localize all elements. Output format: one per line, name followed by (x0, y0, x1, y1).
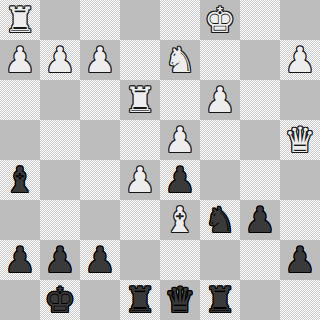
square-b5[interactable] (40, 120, 80, 160)
square-d4[interactable]: ♟ (120, 160, 160, 200)
white-king[interactable]: ♚ (200, 0, 240, 40)
square-d8[interactable] (120, 0, 160, 40)
square-h2[interactable]: ♟ (280, 240, 320, 280)
square-h3[interactable] (280, 200, 320, 240)
square-c7[interactable]: ♟ (80, 40, 120, 80)
square-a5[interactable] (0, 120, 40, 160)
square-e4[interactable]: ♟ (160, 160, 200, 200)
square-e3[interactable]: ♝ (160, 200, 200, 240)
square-b3[interactable] (40, 200, 80, 240)
black-pawn[interactable]: ♟ (80, 240, 120, 280)
white-pawn[interactable]: ♟ (80, 40, 120, 80)
square-a3[interactable] (0, 200, 40, 240)
square-h7[interactable]: ♟ (280, 40, 320, 80)
square-f6[interactable]: ♟ (200, 80, 240, 120)
white-pawn[interactable]: ♟ (120, 160, 160, 200)
white-queen[interactable]: ♛ (280, 120, 320, 160)
square-a4[interactable]: ♝ (0, 160, 40, 200)
square-g7[interactable] (240, 40, 280, 80)
black-rook[interactable]: ♜ (200, 280, 240, 320)
white-knight[interactable]: ♞ (160, 40, 200, 80)
white-pawn[interactable]: ♟ (160, 120, 200, 160)
square-c5[interactable] (80, 120, 120, 160)
square-e5[interactable]: ♟ (160, 120, 200, 160)
square-g3[interactable]: ♟ (240, 200, 280, 240)
square-b1[interactable]: ♚ (40, 280, 80, 320)
white-pawn[interactable]: ♟ (280, 40, 320, 80)
square-g1[interactable] (240, 280, 280, 320)
white-pawn[interactable]: ♟ (40, 40, 80, 80)
square-c2[interactable]: ♟ (80, 240, 120, 280)
square-e2[interactable] (160, 240, 200, 280)
square-e1[interactable]: ♛ (160, 280, 200, 320)
square-g8[interactable] (240, 0, 280, 40)
square-f5[interactable] (200, 120, 240, 160)
square-a6[interactable] (0, 80, 40, 120)
square-b6[interactable] (40, 80, 80, 120)
square-d6[interactable]: ♜ (120, 80, 160, 120)
black-king[interactable]: ♚ (40, 280, 80, 320)
chess-board: ♜♚♟♟♟♞♟♜♟♟♛♝♟♟♝♞♟♟♟♟♟♚♜♛♜ (0, 0, 320, 320)
black-pawn[interactable]: ♟ (0, 240, 40, 280)
square-f3[interactable]: ♞ (200, 200, 240, 240)
square-c6[interactable] (80, 80, 120, 120)
black-pawn[interactable]: ♟ (160, 160, 200, 200)
square-b4[interactable] (40, 160, 80, 200)
square-d3[interactable] (120, 200, 160, 240)
square-h1[interactable] (280, 280, 320, 320)
square-d7[interactable] (120, 40, 160, 80)
square-c8[interactable] (80, 0, 120, 40)
square-c3[interactable] (80, 200, 120, 240)
black-queen[interactable]: ♛ (160, 280, 200, 320)
square-b8[interactable] (40, 0, 80, 40)
square-g5[interactable] (240, 120, 280, 160)
square-e6[interactable] (160, 80, 200, 120)
square-f1[interactable]: ♜ (200, 280, 240, 320)
square-c1[interactable] (80, 280, 120, 320)
square-g4[interactable] (240, 160, 280, 200)
square-e8[interactable] (160, 0, 200, 40)
square-a1[interactable] (0, 280, 40, 320)
square-a2[interactable]: ♟ (0, 240, 40, 280)
black-bishop[interactable]: ♝ (0, 160, 40, 200)
white-pawn[interactable]: ♟ (200, 80, 240, 120)
square-h6[interactable] (280, 80, 320, 120)
square-d5[interactable] (120, 120, 160, 160)
square-a7[interactable]: ♟ (0, 40, 40, 80)
square-b7[interactable]: ♟ (40, 40, 80, 80)
white-bishop[interactable]: ♝ (160, 200, 200, 240)
square-f8[interactable]: ♚ (200, 0, 240, 40)
square-d2[interactable] (120, 240, 160, 280)
black-knight[interactable]: ♞ (200, 200, 240, 240)
black-pawn[interactable]: ♟ (40, 240, 80, 280)
square-f4[interactable] (200, 160, 240, 200)
black-pawn[interactable]: ♟ (240, 200, 280, 240)
square-g2[interactable] (240, 240, 280, 280)
white-pawn[interactable]: ♟ (0, 40, 40, 80)
square-g6[interactable] (240, 80, 280, 120)
square-h5[interactable]: ♛ (280, 120, 320, 160)
white-rook[interactable]: ♜ (120, 80, 160, 120)
black-rook[interactable]: ♜ (120, 280, 160, 320)
square-h8[interactable] (280, 0, 320, 40)
square-a8[interactable]: ♜ (0, 0, 40, 40)
square-b2[interactable]: ♟ (40, 240, 80, 280)
square-f7[interactable] (200, 40, 240, 80)
square-e7[interactable]: ♞ (160, 40, 200, 80)
black-pawn[interactable]: ♟ (280, 240, 320, 280)
square-c4[interactable] (80, 160, 120, 200)
square-h4[interactable] (280, 160, 320, 200)
white-rook[interactable]: ♜ (0, 0, 40, 40)
square-d1[interactable]: ♜ (120, 280, 160, 320)
square-f2[interactable] (200, 240, 240, 280)
